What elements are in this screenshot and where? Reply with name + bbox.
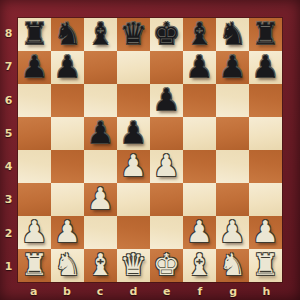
- square-h1[interactable]: ♜: [249, 249, 282, 282]
- square-d6[interactable]: [117, 84, 150, 117]
- piece-white-bishop-f1[interactable]: ♝: [186, 250, 213, 280]
- piece-white-pawn-g2[interactable]: ♟: [219, 217, 246, 247]
- square-f6[interactable]: [183, 84, 216, 117]
- square-f7[interactable]: ♟: [183, 51, 216, 84]
- rank-label-3: 3: [0, 183, 17, 216]
- piece-black-pawn-e6[interactable]: ♟: [153, 85, 180, 115]
- square-g4[interactable]: [216, 150, 249, 183]
- chess-board-frame: ♜♞♝♛♚♝♞♜♟♟♟♟♟♟♟♟♟♟♟♟♟♟♟♟♜♞♝♛♚♝♞♜ 8765432…: [0, 0, 300, 300]
- piece-white-knight-b1[interactable]: ♞: [54, 250, 81, 280]
- square-d5[interactable]: ♟: [117, 117, 150, 150]
- square-a2[interactable]: ♟: [18, 216, 51, 249]
- square-g5[interactable]: [216, 117, 249, 150]
- square-a7[interactable]: ♟: [18, 51, 51, 84]
- square-b7[interactable]: ♟: [51, 51, 84, 84]
- piece-white-pawn-h2[interactable]: ♟: [252, 217, 279, 247]
- square-c8[interactable]: ♝: [84, 18, 117, 51]
- square-b5[interactable]: [51, 117, 84, 150]
- square-f3[interactable]: [183, 183, 216, 216]
- file-label-e: e: [150, 283, 183, 300]
- square-d3[interactable]: [117, 183, 150, 216]
- square-b1[interactable]: ♞: [51, 249, 84, 282]
- square-f4[interactable]: [183, 150, 216, 183]
- square-h8[interactable]: ♜: [249, 18, 282, 51]
- piece-black-king-e8[interactable]: ♚: [153, 19, 180, 49]
- square-d2[interactable]: [117, 216, 150, 249]
- square-a3[interactable]: [18, 183, 51, 216]
- square-g3[interactable]: [216, 183, 249, 216]
- piece-white-king-e1[interactable]: ♚: [153, 250, 180, 280]
- piece-black-pawn-a7[interactable]: ♟: [21, 52, 48, 82]
- square-f1[interactable]: ♝: [183, 249, 216, 282]
- chess-board: ♜♞♝♛♚♝♞♜♟♟♟♟♟♟♟♟♟♟♟♟♟♟♟♟♜♞♝♛♚♝♞♜: [17, 17, 283, 283]
- square-b3[interactable]: [51, 183, 84, 216]
- square-b2[interactable]: ♟: [51, 216, 84, 249]
- square-b8[interactable]: ♞: [51, 18, 84, 51]
- piece-white-knight-g1[interactable]: ♞: [219, 250, 246, 280]
- square-a1[interactable]: ♜: [18, 249, 51, 282]
- rank-label-2: 2: [0, 217, 17, 250]
- square-g2[interactable]: ♟: [216, 216, 249, 249]
- piece-black-rook-h8[interactable]: ♜: [252, 19, 279, 49]
- piece-white-pawn-b2[interactable]: ♟: [54, 217, 81, 247]
- square-d8[interactable]: ♛: [117, 18, 150, 51]
- square-h3[interactable]: [249, 183, 282, 216]
- square-e7[interactable]: [150, 51, 183, 84]
- square-g7[interactable]: ♟: [216, 51, 249, 84]
- piece-black-pawn-g7[interactable]: ♟: [219, 52, 246, 82]
- file-label-g: g: [217, 283, 250, 300]
- square-h4[interactable]: [249, 150, 282, 183]
- piece-black-rook-a8[interactable]: ♜: [21, 19, 48, 49]
- square-h7[interactable]: ♟: [249, 51, 282, 84]
- rank-label-5: 5: [0, 117, 17, 150]
- piece-white-rook-h1[interactable]: ♜: [252, 250, 279, 280]
- piece-black-pawn-b7[interactable]: ♟: [54, 52, 81, 82]
- piece-white-rook-a1[interactable]: ♜: [21, 250, 48, 280]
- square-f5[interactable]: [183, 117, 216, 150]
- square-c3[interactable]: ♟: [84, 183, 117, 216]
- square-d4[interactable]: ♟: [117, 150, 150, 183]
- piece-white-pawn-d4[interactable]: ♟: [120, 151, 147, 181]
- file-label-h: h: [250, 283, 283, 300]
- piece-black-pawn-d5[interactable]: ♟: [120, 118, 147, 148]
- square-e1[interactable]: ♚: [150, 249, 183, 282]
- square-c7[interactable]: [84, 51, 117, 84]
- square-g8[interactable]: ♞: [216, 18, 249, 51]
- file-label-f: f: [183, 283, 216, 300]
- square-b6[interactable]: [51, 84, 84, 117]
- square-b4[interactable]: [51, 150, 84, 183]
- square-a8[interactable]: ♜: [18, 18, 51, 51]
- rank-label-7: 7: [0, 50, 17, 83]
- piece-black-knight-g8[interactable]: ♞: [219, 19, 246, 49]
- piece-black-bishop-c8[interactable]: ♝: [87, 19, 114, 49]
- square-a5[interactable]: [18, 117, 51, 150]
- square-f2[interactable]: ♟: [183, 216, 216, 249]
- square-e2[interactable]: [150, 216, 183, 249]
- square-h5[interactable]: [249, 117, 282, 150]
- rank-label-8: 8: [0, 17, 17, 50]
- square-c2[interactable]: [84, 216, 117, 249]
- square-h2[interactable]: ♟: [249, 216, 282, 249]
- piece-white-pawn-e4[interactable]: ♟: [153, 151, 180, 181]
- rank-label-1: 1: [0, 250, 17, 283]
- square-f8[interactable]: ♝: [183, 18, 216, 51]
- square-a4[interactable]: [18, 150, 51, 183]
- square-c1[interactable]: ♝: [84, 249, 117, 282]
- square-e4[interactable]: ♟: [150, 150, 183, 183]
- piece-white-pawn-a2[interactable]: ♟: [21, 217, 48, 247]
- piece-black-queen-d8[interactable]: ♛: [120, 19, 147, 49]
- piece-black-pawn-f7[interactable]: ♟: [186, 52, 213, 82]
- square-c4[interactable]: [84, 150, 117, 183]
- square-h6[interactable]: [249, 84, 282, 117]
- square-g1[interactable]: ♞: [216, 249, 249, 282]
- piece-black-bishop-f8[interactable]: ♝: [186, 19, 213, 49]
- square-c5[interactable]: ♟: [84, 117, 117, 150]
- square-e6[interactable]: ♟: [150, 84, 183, 117]
- file-labels: abcdefgh: [17, 283, 283, 300]
- rank-labels: 87654321: [0, 17, 17, 283]
- piece-white-bishop-c1[interactable]: ♝: [87, 250, 114, 280]
- file-label-d: d: [117, 283, 150, 300]
- square-a6[interactable]: [18, 84, 51, 117]
- piece-black-knight-b8[interactable]: ♞: [54, 19, 81, 49]
- piece-white-pawn-c3[interactable]: ♟: [87, 184, 114, 214]
- square-d1[interactable]: ♛: [117, 249, 150, 282]
- file-label-a: a: [17, 283, 50, 300]
- rank-label-4: 4: [0, 150, 17, 183]
- file-label-c: c: [84, 283, 117, 300]
- square-e8[interactable]: ♚: [150, 18, 183, 51]
- piece-black-pawn-h7[interactable]: ♟: [252, 52, 279, 82]
- file-label-b: b: [50, 283, 83, 300]
- square-e3[interactable]: [150, 183, 183, 216]
- piece-white-queen-d1[interactable]: ♛: [120, 250, 147, 280]
- square-d7[interactable]: [117, 51, 150, 84]
- piece-white-pawn-f2[interactable]: ♟: [186, 217, 213, 247]
- piece-black-pawn-c5[interactable]: ♟: [87, 118, 114, 148]
- square-e5[interactable]: [150, 117, 183, 150]
- square-g6[interactable]: [216, 84, 249, 117]
- square-c6[interactable]: [84, 84, 117, 117]
- rank-label-6: 6: [0, 84, 17, 117]
